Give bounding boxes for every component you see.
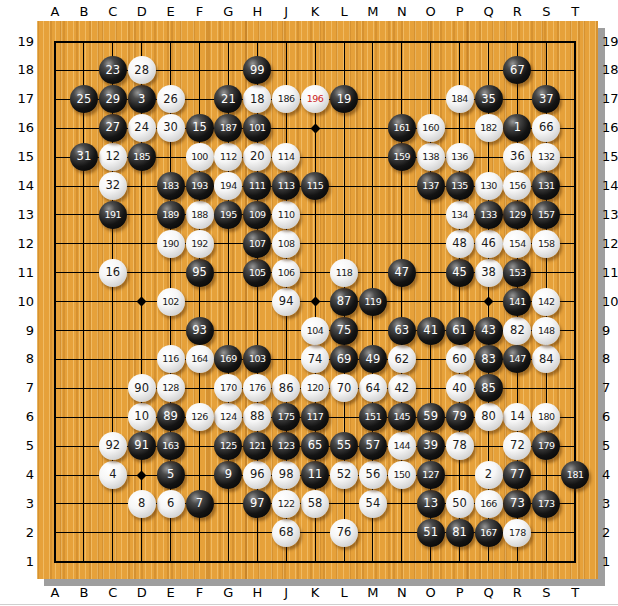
move-number: 136: [451, 152, 468, 162]
coord-label-bottom-J: J: [276, 586, 296, 600]
coord-label-bottom-D: D: [132, 586, 152, 600]
coord-label-bottom-M: M: [363, 586, 383, 600]
stone-S9: 148: [532, 317, 560, 345]
move-number: 98: [279, 469, 294, 481]
stone-M3: 54: [359, 490, 387, 518]
stone-O6: 59: [417, 403, 445, 431]
coord-label-top-T: T: [565, 5, 585, 19]
move-number: 133: [480, 210, 497, 220]
move-number: 108: [278, 239, 295, 249]
move-number: 154: [509, 239, 526, 249]
move-number: 5: [167, 469, 174, 481]
coord-label-right-3: 3: [602, 497, 618, 511]
stone-E7: 128: [157, 374, 185, 402]
stone-J12: 108: [272, 230, 300, 258]
stone-Q12: 46: [475, 230, 503, 258]
coord-label-right-10: 10: [602, 295, 618, 309]
move-number: 186: [278, 94, 295, 104]
move-number: 94: [279, 296, 294, 308]
coord-label-right-12: 12: [602, 237, 618, 251]
move-number: 20: [250, 151, 265, 163]
stone-J2: 68: [272, 519, 300, 547]
move-number: 31: [77, 151, 92, 163]
coord-label-left-15: 15: [8, 150, 34, 164]
move-number: 75: [337, 325, 352, 337]
stone-O3: 13: [417, 490, 445, 518]
stone-B15: 31: [70, 143, 98, 171]
stone-M6: 151: [359, 403, 387, 431]
coord-label-bottom-N: N: [392, 586, 412, 600]
coord-label-bottom-C: C: [103, 586, 123, 600]
move-number: 120: [307, 383, 324, 393]
stone-M10: 119: [359, 288, 387, 316]
coord-label-right-4: 4: [602, 468, 618, 482]
stone-F11: 95: [186, 259, 214, 287]
stone-N4: 150: [388, 461, 416, 489]
move-number: 63: [394, 325, 409, 337]
move-number: 91: [134, 440, 149, 452]
coord-label-top-Q: Q: [479, 5, 499, 19]
grid-line-vertical: [459, 42, 460, 562]
stone-C4: 4: [99, 461, 127, 489]
move-number: 11: [308, 469, 323, 481]
move-number: 110: [278, 210, 295, 220]
move-number: 10: [134, 411, 149, 423]
stone-J11: 106: [272, 259, 300, 287]
coord-label-left-17: 17: [8, 92, 34, 106]
move-number: 32: [105, 180, 120, 192]
move-number: 83: [481, 354, 496, 366]
move-number: 187: [220, 123, 237, 133]
move-number: 28: [134, 65, 149, 77]
move-number: 43: [481, 325, 496, 337]
stone-P11: 45: [446, 259, 474, 287]
stone-R2: 178: [503, 519, 531, 547]
coord-label-right-5: 5: [602, 439, 618, 453]
move-number: 6: [167, 498, 174, 510]
coord-label-right-13: 13: [602, 208, 618, 222]
stone-E10: 102: [157, 288, 185, 316]
stone-S3: 173: [532, 490, 560, 518]
stone-P8: 60: [446, 345, 474, 373]
stone-B17: 25: [70, 85, 98, 113]
stone-E5: 163: [157, 432, 185, 460]
stone-O14: 137: [417, 172, 445, 200]
move-number: 69: [337, 354, 352, 366]
stone-F6: 126: [186, 403, 214, 431]
stone-R10: 141: [503, 288, 531, 316]
move-number: 104: [307, 326, 324, 336]
move-number: 35: [481, 94, 496, 106]
move-number: 96: [250, 469, 265, 481]
stone-D3: 8: [128, 490, 156, 518]
coord-label-bottom-S: S: [536, 586, 556, 600]
move-number: 97: [250, 498, 265, 510]
move-number: 99: [250, 65, 265, 77]
move-number: 50: [452, 498, 467, 510]
stone-R12: 154: [503, 230, 531, 258]
move-number: 3: [138, 94, 145, 106]
move-number: 115: [307, 181, 324, 191]
stone-K4: 11: [301, 461, 329, 489]
coord-label-top-P: P: [450, 5, 470, 19]
coord-label-bottom-G: G: [218, 586, 238, 600]
move-number: 72: [510, 440, 525, 452]
stone-R9: 82: [503, 317, 531, 345]
move-number: 25: [77, 94, 92, 106]
move-number: 196: [307, 94, 324, 104]
coord-label-bottom-T: T: [565, 586, 585, 600]
coord-label-bottom-F: F: [190, 586, 210, 600]
coord-label-bottom-E: E: [161, 586, 181, 600]
move-number: 103: [249, 354, 266, 364]
move-number: 129: [509, 210, 526, 220]
move-number: 4: [109, 469, 116, 481]
coord-label-left-3: 3: [8, 497, 34, 511]
move-number: 74: [308, 354, 323, 366]
stone-C14: 32: [99, 172, 127, 200]
move-number: 184: [451, 94, 468, 104]
stone-O9: 41: [417, 317, 445, 345]
stone-C15: 12: [99, 143, 127, 171]
stone-E17: 26: [157, 85, 185, 113]
move-number: 52: [337, 469, 352, 481]
move-number: 148: [538, 326, 555, 336]
move-number: 18: [250, 94, 265, 106]
coord-label-bottom-H: H: [247, 586, 267, 600]
move-number: 76: [337, 527, 352, 539]
move-number: 58: [308, 498, 323, 510]
move-number: 36: [510, 151, 525, 163]
move-number: 193: [191, 181, 208, 191]
coord-label-left-16: 16: [8, 121, 34, 135]
stone-N9: 63: [388, 317, 416, 345]
stone-F3: 7: [186, 490, 214, 518]
coord-label-right-8: 8: [602, 352, 618, 366]
move-number: 49: [366, 354, 381, 366]
move-number: 56: [366, 469, 381, 481]
stone-F16: 15: [186, 114, 214, 142]
coord-label-right-6: 6: [602, 410, 618, 424]
stone-Q8: 83: [475, 345, 503, 373]
coord-label-top-B: B: [74, 5, 94, 19]
coord-label-left-4: 4: [8, 468, 34, 482]
move-number: 116: [162, 354, 179, 364]
coord-label-top-K: K: [305, 5, 325, 19]
move-number: 68: [279, 527, 294, 539]
stone-P7: 40: [446, 374, 474, 402]
move-number: 101: [249, 123, 266, 133]
move-number: 117: [307, 412, 324, 422]
stone-E16: 30: [157, 114, 185, 142]
stone-R11: 153: [503, 259, 531, 287]
move-number: 78: [452, 440, 467, 452]
coord-label-right-11: 11: [602, 266, 618, 280]
stone-P2: 81: [446, 519, 474, 547]
move-number: 79: [452, 411, 467, 423]
move-number: 40: [452, 383, 467, 395]
stone-E13: 189: [157, 201, 185, 229]
stone-O4: 127: [417, 461, 445, 489]
coord-label-bottom-L: L: [334, 586, 354, 600]
stone-M4: 56: [359, 461, 387, 489]
move-number: 77: [510, 469, 525, 481]
move-number: 39: [423, 440, 438, 452]
stone-P9: 61: [446, 317, 474, 345]
move-number: 169: [220, 354, 237, 364]
move-number: 123: [278, 441, 295, 451]
stone-M7: 64: [359, 374, 387, 402]
move-number: 90: [134, 383, 149, 395]
move-number: 84: [539, 354, 554, 366]
stone-C18: 23: [99, 56, 127, 84]
move-number: 23: [105, 65, 120, 77]
coord-label-top-D: D: [132, 5, 152, 19]
stone-D6: 10: [128, 403, 156, 431]
stone-O15: 138: [417, 143, 445, 171]
move-number: 42: [394, 383, 409, 395]
move-number: 124: [220, 412, 237, 422]
stone-K9: 104: [301, 317, 329, 345]
coord-label-top-G: G: [218, 5, 238, 19]
stone-P12: 48: [446, 230, 474, 258]
move-number: 109: [249, 210, 266, 220]
coord-label-top-N: N: [392, 5, 412, 19]
move-number: 158: [538, 239, 555, 249]
coord-label-right-1: 1: [602, 555, 618, 569]
move-number: 170: [220, 383, 237, 393]
coord-label-top-A: A: [45, 5, 65, 19]
move-number: 114: [278, 152, 295, 162]
coord-label-top-F: F: [190, 5, 210, 19]
coord-label-right-16: 16: [602, 121, 618, 135]
stone-K5: 65: [301, 432, 329, 460]
stone-Q3: 166: [475, 490, 503, 518]
stone-E4: 5: [157, 461, 185, 489]
move-number: 48: [452, 238, 467, 250]
stone-C16: 27: [99, 114, 127, 142]
stone-Q11: 38: [475, 259, 503, 287]
move-number: 14: [510, 411, 525, 423]
stone-E6: 89: [157, 403, 185, 431]
coord-label-left-12: 12: [8, 237, 34, 251]
stone-Q16: 182: [475, 114, 503, 142]
coord-label-right-17: 17: [602, 92, 618, 106]
move-number: 1: [514, 122, 521, 134]
move-number: 160: [422, 123, 439, 133]
coord-label-bottom-B: B: [74, 586, 94, 600]
coord-label-left-18: 18: [8, 63, 34, 77]
coord-label-left-7: 7: [8, 381, 34, 395]
stone-Q2: 167: [475, 519, 503, 547]
move-number: 107: [249, 239, 266, 249]
move-number: 194: [220, 181, 237, 191]
stone-T4: 181: [561, 461, 589, 489]
stone-F12: 192: [186, 230, 214, 258]
stone-M5: 57: [359, 432, 387, 460]
stone-C5: 92: [99, 432, 127, 460]
move-number: 118: [336, 268, 353, 278]
move-number: 87: [337, 296, 352, 308]
stone-P17: 184: [446, 85, 474, 113]
move-number: 8: [138, 498, 145, 510]
stone-F15: 100: [186, 143, 214, 171]
coord-label-bottom-P: P: [450, 586, 470, 600]
coord-label-bottom-A: A: [45, 586, 65, 600]
stone-Q17: 35: [475, 85, 503, 113]
stone-K14: 115: [301, 172, 329, 200]
stone-L2: 76: [330, 519, 358, 547]
coord-label-left-14: 14: [8, 179, 34, 193]
move-number: 7: [196, 498, 203, 510]
move-number: 119: [365, 297, 382, 307]
coord-label-top-R: R: [507, 5, 527, 19]
coord-label-top-L: L: [334, 5, 354, 19]
move-number: 178: [509, 528, 526, 538]
move-number: 65: [308, 440, 323, 452]
move-number: 26: [163, 94, 178, 106]
move-number: 45: [452, 267, 467, 279]
move-number: 130: [480, 181, 497, 191]
move-number: 67: [510, 65, 525, 77]
move-number: 183: [162, 181, 179, 191]
stone-H13: 109: [243, 201, 271, 229]
move-number: 81: [452, 527, 467, 539]
stone-Q14: 130: [475, 172, 503, 200]
move-number: 138: [422, 152, 439, 162]
stone-C17: 29: [99, 85, 127, 113]
coord-label-left-11: 11: [8, 266, 34, 280]
stone-L10: 87: [330, 288, 358, 316]
move-number: 86: [279, 383, 294, 395]
stone-J10: 94: [272, 288, 300, 316]
move-number: 127: [422, 470, 439, 480]
stone-O16: 160: [417, 114, 445, 142]
move-number: 185: [133, 152, 150, 162]
stone-C13: 191: [99, 201, 127, 229]
move-number: 37: [539, 94, 554, 106]
move-number: 54: [366, 498, 381, 510]
stone-S13: 157: [532, 201, 560, 229]
coord-label-right-7: 7: [602, 381, 618, 395]
move-number: 179: [538, 441, 555, 451]
move-number: 111: [249, 181, 266, 191]
stone-D7: 90: [128, 374, 156, 402]
move-number: 89: [163, 411, 178, 423]
stone-H11: 105: [243, 259, 271, 287]
move-number: 135: [451, 181, 468, 191]
coord-label-top-H: H: [247, 5, 267, 19]
move-number: 59: [423, 411, 438, 423]
stone-N16: 161: [388, 114, 416, 142]
move-number: 156: [509, 181, 526, 191]
move-number: 176: [249, 383, 266, 393]
stone-D16: 24: [128, 114, 156, 142]
move-number: 128: [162, 383, 179, 393]
stone-N7: 42: [388, 374, 416, 402]
move-number: 92: [105, 440, 120, 452]
move-number: 21: [221, 94, 236, 106]
move-number: 57: [366, 440, 381, 452]
stone-D17: 3: [128, 85, 156, 113]
coord-label-left-19: 19: [8, 35, 34, 49]
stone-H12: 107: [243, 230, 271, 258]
coord-label-bottom-K: K: [305, 586, 325, 600]
stone-P5: 78: [446, 432, 474, 460]
coord-label-top-M: M: [363, 5, 383, 19]
stone-P13: 134: [446, 201, 474, 229]
move-number: 19: [337, 94, 352, 106]
stone-L9: 75: [330, 317, 358, 345]
stone-J14: 113: [272, 172, 300, 200]
move-number: 112: [220, 152, 237, 162]
stone-L11: 118: [330, 259, 358, 287]
coord-label-left-13: 13: [8, 208, 34, 222]
move-number: 126: [191, 412, 208, 422]
stone-F14: 193: [186, 172, 214, 200]
move-number: 12: [105, 151, 120, 163]
stone-S12: 158: [532, 230, 560, 258]
stone-E3: 6: [157, 490, 185, 518]
move-number: 132: [538, 152, 555, 162]
coord-label-left-8: 8: [8, 352, 34, 366]
coord-label-left-6: 6: [8, 410, 34, 424]
move-number: 2: [485, 469, 492, 481]
move-number: 41: [423, 325, 438, 337]
coord-label-left-5: 5: [8, 439, 34, 453]
move-number: 134: [451, 210, 468, 220]
move-number: 9: [225, 469, 232, 481]
move-number: 105: [249, 268, 266, 278]
move-number: 192: [191, 239, 208, 249]
stone-N8: 62: [388, 345, 416, 373]
move-number: 159: [393, 152, 410, 162]
coord-label-right-15: 15: [602, 150, 618, 164]
stone-Q9: 43: [475, 317, 503, 345]
move-number: 151: [365, 412, 382, 422]
move-number: 121: [249, 441, 266, 451]
move-number: 167: [480, 528, 497, 538]
move-number: 150: [393, 470, 410, 480]
stone-N5: 144: [388, 432, 416, 460]
coord-label-left-9: 9: [8, 324, 34, 338]
move-number: 82: [510, 325, 525, 337]
stone-J3: 122: [272, 490, 300, 518]
move-number: 102: [162, 297, 179, 307]
move-number: 95: [192, 267, 207, 279]
move-number: 142: [538, 297, 555, 307]
stone-L4: 52: [330, 461, 358, 489]
coord-label-top-E: E: [161, 5, 181, 19]
move-number: 137: [422, 181, 439, 191]
move-number: 80: [481, 411, 496, 423]
move-number: 175: [278, 412, 295, 422]
coord-label-top-O: O: [421, 5, 441, 19]
move-number: 147: [509, 354, 526, 364]
stone-Q13: 133: [475, 201, 503, 229]
stone-N11: 47: [388, 259, 416, 287]
stone-D15: 185: [128, 143, 156, 171]
move-number: 157: [538, 210, 555, 220]
coord-label-top-J: J: [276, 5, 296, 19]
stone-P6: 79: [446, 403, 474, 431]
move-number: 93: [192, 325, 207, 337]
move-number: 195: [220, 210, 237, 220]
stone-J4: 98: [272, 461, 300, 489]
stone-D5: 91: [128, 432, 156, 460]
stone-N15: 159: [388, 143, 416, 171]
coord-label-right-19: 19: [602, 35, 618, 49]
